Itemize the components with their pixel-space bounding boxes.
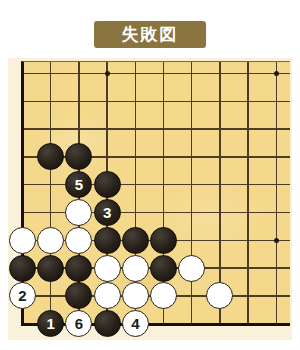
stone-black-c4r4 bbox=[94, 227, 121, 254]
stone-black-c6r3 bbox=[150, 255, 177, 282]
grid-line-horizontal bbox=[24, 212, 290, 213]
go-diagram: 532164 bbox=[8, 58, 292, 340]
move-3-stone-black-c4r5: 3 bbox=[94, 199, 121, 226]
stone-white-c6r2 bbox=[150, 282, 177, 309]
grid-line-horizontal bbox=[24, 184, 290, 185]
page: 失敗図 532164 bbox=[0, 0, 300, 350]
diagram-title: 失敗図 bbox=[122, 26, 179, 43]
stone-black-c5r4 bbox=[122, 227, 149, 254]
stone-black-c3r7 bbox=[65, 143, 92, 170]
go-board: 532164 bbox=[21, 61, 290, 326]
stone-black-c4r1 bbox=[94, 310, 121, 337]
stone-black-c1r3 bbox=[9, 255, 36, 282]
stone-black-c3r3 bbox=[65, 255, 92, 282]
stone-white-c5r3 bbox=[122, 255, 149, 282]
grid-line-horizontal bbox=[24, 128, 290, 129]
stone-black-c6r4 bbox=[150, 227, 177, 254]
grid-line-horizontal bbox=[24, 73, 290, 74]
stone-white-c5r2 bbox=[122, 282, 149, 309]
move-5-stone-black-c3r6: 5 bbox=[65, 171, 92, 198]
stone-white-c3r4 bbox=[65, 227, 92, 254]
stone-black-c3r2 bbox=[65, 282, 92, 309]
stone-black-c2r7 bbox=[37, 143, 64, 170]
move-2-stone-white-c1r2: 2 bbox=[9, 282, 36, 309]
star-point bbox=[274, 71, 279, 76]
stone-black-c2r3 bbox=[37, 255, 64, 282]
star-point bbox=[105, 71, 110, 76]
move-6-stone-white-c3r1: 6 bbox=[65, 310, 92, 337]
stone-black-c4r6 bbox=[94, 171, 121, 198]
grid-line-horizontal bbox=[24, 101, 290, 102]
stone-white-c1r4 bbox=[9, 227, 36, 254]
stone-white-c4r3 bbox=[94, 255, 121, 282]
move-4-stone-white-c5r1: 4 bbox=[122, 310, 149, 337]
star-point bbox=[274, 238, 279, 243]
move-1-stone-black-c2r1: 1 bbox=[37, 310, 64, 337]
stone-white-c4r2 bbox=[94, 282, 121, 309]
stone-white-c8r2 bbox=[206, 282, 233, 309]
stone-white-c7r3 bbox=[178, 255, 205, 282]
stone-white-c2r4 bbox=[37, 227, 64, 254]
stone-white-c3r5 bbox=[65, 199, 92, 226]
diagram-title-badge: 失敗図 bbox=[94, 21, 206, 48]
